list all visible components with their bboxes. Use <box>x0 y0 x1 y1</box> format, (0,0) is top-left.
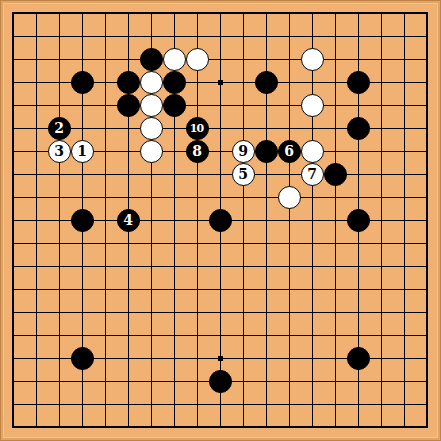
stone-white: 1 <box>71 140 94 163</box>
stone-black: 2 <box>48 117 71 140</box>
move-number: 10 <box>190 122 203 133</box>
stone-black <box>347 117 370 140</box>
stone-white: 5 <box>232 163 255 186</box>
stone-white <box>301 140 324 163</box>
stone-black <box>347 209 370 232</box>
stones-layer: 21031896574 <box>2 2 439 439</box>
stone-black <box>163 71 186 94</box>
stone-white <box>140 94 163 117</box>
stone-black <box>255 140 278 163</box>
stone-black <box>117 94 140 117</box>
stone-white <box>140 117 163 140</box>
stone-black <box>71 347 94 370</box>
stone-black <box>209 209 232 232</box>
stone-white <box>301 94 324 117</box>
stone-white <box>301 48 324 71</box>
stone-black <box>347 347 370 370</box>
stone-black: 10 <box>186 117 209 140</box>
stone-black <box>163 94 186 117</box>
stone-black <box>347 71 370 94</box>
stone-white <box>278 186 301 209</box>
stone-black <box>140 48 163 71</box>
move-number: 9 <box>238 144 248 158</box>
stone-white <box>140 71 163 94</box>
go-board: 21031896574 <box>0 0 441 441</box>
move-number: 7 <box>307 167 317 181</box>
move-number: 4 <box>123 213 133 227</box>
move-number: 2 <box>54 121 64 135</box>
stone-black: 8 <box>186 140 209 163</box>
stone-black: 4 <box>117 209 140 232</box>
stone-black <box>209 370 232 393</box>
stone-white: 3 <box>48 140 71 163</box>
stone-black <box>117 71 140 94</box>
stone-white <box>186 48 209 71</box>
stone-black <box>71 209 94 232</box>
move-number: 1 <box>77 144 87 158</box>
stone-black: 6 <box>278 140 301 163</box>
move-number: 5 <box>238 167 248 181</box>
stone-white <box>140 140 163 163</box>
move-number: 8 <box>192 144 202 158</box>
stone-black <box>255 71 278 94</box>
stone-white: 9 <box>232 140 255 163</box>
stone-black <box>71 71 94 94</box>
move-number: 6 <box>284 144 294 158</box>
move-number: 3 <box>54 144 64 158</box>
stone-white <box>163 48 186 71</box>
stone-black <box>324 163 347 186</box>
stone-white: 7 <box>301 163 324 186</box>
